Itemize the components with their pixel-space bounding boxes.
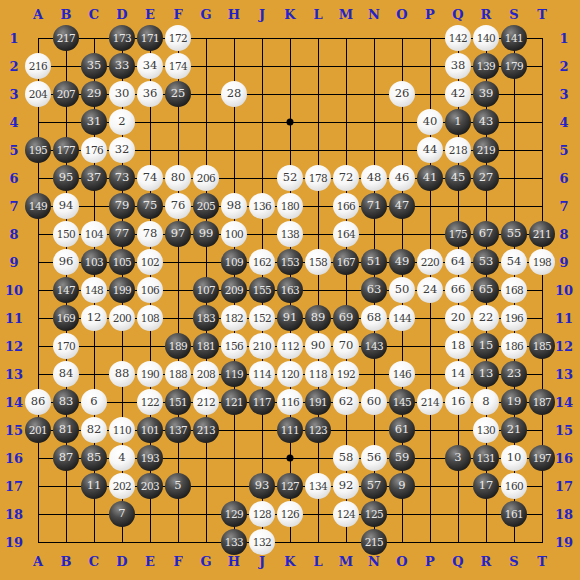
stone-L6: 178 — [305, 165, 331, 191]
stone-Q6: 45 — [445, 165, 471, 191]
stone-R6: 27 — [473, 165, 499, 191]
column-label-top: A — [33, 8, 43, 21]
row-label-right: 18 — [555, 508, 573, 521]
stone-R4: 43 — [473, 109, 499, 135]
column-label-top: O — [396, 8, 407, 21]
stone-H14: 121 — [221, 389, 247, 415]
row-label-right: 5 — [559, 144, 568, 157]
stone-H12: 156 — [221, 333, 247, 359]
stone-S17: 160 — [501, 473, 527, 499]
stone-S10: 168 — [501, 277, 527, 303]
stone-B8: 150 — [53, 221, 79, 247]
stone-J19: 132 — [249, 529, 275, 555]
row-label-right: 10 — [555, 284, 573, 297]
column-label-bottom: G — [200, 555, 211, 568]
stone-N16: 56 — [361, 445, 387, 471]
stone-E1: 171 — [137, 25, 163, 51]
stone-R10: 65 — [473, 277, 499, 303]
row-label-left: 13 — [5, 368, 23, 381]
stone-F15: 137 — [165, 417, 191, 443]
stone-J13: 114 — [249, 361, 275, 387]
stone-O14: 145 — [389, 389, 415, 415]
stone-O3: 26 — [389, 81, 415, 107]
row-label-right: 19 — [555, 536, 573, 549]
row-label-right: 15 — [555, 424, 573, 437]
stone-B6: 95 — [53, 165, 79, 191]
stone-Q12: 18 — [445, 333, 471, 359]
stone-B14: 83 — [53, 389, 79, 415]
column-label-top: T — [537, 8, 547, 21]
stone-B5: 177 — [53, 137, 79, 163]
column-label-bottom: J — [259, 555, 265, 568]
stone-N17: 57 — [361, 473, 387, 499]
row-label-left: 8 — [9, 228, 18, 241]
stone-H19: 133 — [221, 529, 247, 555]
column-label-bottom: D — [116, 555, 127, 568]
stone-E17: 203 — [137, 473, 163, 499]
row-label-left: 10 — [5, 284, 23, 297]
row-label-right: 4 — [559, 116, 568, 129]
stone-Q16: 3 — [445, 445, 471, 471]
stone-K13: 120 — [277, 361, 303, 387]
stone-D18: 7 — [109, 501, 135, 527]
stone-N14: 60 — [361, 389, 387, 415]
stone-G10: 107 — [193, 277, 219, 303]
stone-M12: 70 — [333, 333, 359, 359]
stone-N18: 125 — [361, 501, 387, 527]
stone-R5: 219 — [473, 137, 499, 163]
stone-N19: 215 — [361, 529, 387, 555]
stone-Q14: 16 — [445, 389, 471, 415]
stone-Q2: 38 — [445, 53, 471, 79]
stone-H8: 100 — [221, 221, 247, 247]
stone-P14: 214 — [417, 389, 443, 415]
stone-D1: 173 — [109, 25, 135, 51]
stone-R15: 130 — [473, 417, 499, 443]
stone-M7: 166 — [333, 193, 359, 219]
column-label-top: J — [259, 8, 265, 21]
stone-F17: 5 — [165, 473, 191, 499]
stone-S18: 161 — [501, 501, 527, 527]
column-label-top: Q — [452, 8, 463, 21]
stone-Q8: 175 — [445, 221, 471, 247]
column-label-bottom: O — [396, 555, 407, 568]
stone-J9: 162 — [249, 249, 275, 275]
stone-Q11: 20 — [445, 305, 471, 331]
stone-F8: 97 — [165, 221, 191, 247]
stone-H9: 109 — [221, 249, 247, 275]
stone-D9: 105 — [109, 249, 135, 275]
stone-C3: 29 — [81, 81, 107, 107]
stone-N11: 68 — [361, 305, 387, 331]
stone-O6: 46 — [389, 165, 415, 191]
stone-Q10: 66 — [445, 277, 471, 303]
row-label-left: 11 — [5, 312, 23, 325]
row-label-right: 16 — [555, 452, 573, 465]
stone-R3: 39 — [473, 81, 499, 107]
stone-S1: 141 — [501, 25, 527, 51]
stone-C14: 6 — [81, 389, 107, 415]
stone-L17: 134 — [305, 473, 331, 499]
stone-C6: 37 — [81, 165, 107, 191]
column-label-top: E — [145, 8, 155, 21]
stone-H3: 28 — [221, 81, 247, 107]
stone-S13: 23 — [501, 361, 527, 387]
column-label-bottom: S — [509, 555, 518, 568]
row-label-right: 13 — [555, 368, 573, 381]
stone-D13: 88 — [109, 361, 135, 387]
stone-M9: 167 — [333, 249, 359, 275]
star-point — [287, 455, 294, 462]
row-label-left: 15 — [5, 424, 23, 437]
stone-R13: 13 — [473, 361, 499, 387]
stone-L14: 191 — [305, 389, 331, 415]
column-label-bottom: B — [61, 555, 72, 568]
stone-E8: 78 — [137, 221, 163, 247]
stone-G11: 183 — [193, 305, 219, 331]
stone-G14: 212 — [193, 389, 219, 415]
stone-B13: 84 — [53, 361, 79, 387]
stone-L15: 123 — [305, 417, 331, 443]
stone-O15: 61 — [389, 417, 415, 443]
stone-F2: 174 — [165, 53, 191, 79]
stone-T9: 198 — [529, 249, 555, 275]
stone-G6: 206 — [193, 165, 219, 191]
column-label-top: G — [200, 8, 211, 21]
stone-D6: 73 — [109, 165, 135, 191]
column-label-bottom: F — [173, 555, 182, 568]
row-label-left: 9 — [9, 256, 18, 269]
stone-F6: 80 — [165, 165, 191, 191]
row-label-left: 5 — [9, 144, 18, 157]
column-label-bottom: R — [481, 555, 492, 568]
stone-J7: 136 — [249, 193, 275, 219]
column-label-bottom: K — [284, 555, 295, 568]
stone-C2: 35 — [81, 53, 107, 79]
column-label-bottom: A — [33, 555, 43, 568]
column-label-top: M — [339, 8, 353, 21]
stone-K15: 111 — [277, 417, 303, 443]
stone-B15: 81 — [53, 417, 79, 443]
stone-K9: 153 — [277, 249, 303, 275]
stone-S16: 10 — [501, 445, 527, 471]
column-label-top: F — [173, 8, 182, 21]
stone-M8: 164 — [333, 221, 359, 247]
stone-F7: 76 — [165, 193, 191, 219]
stone-D5: 32 — [109, 137, 135, 163]
column-label-bottom: Q — [452, 555, 463, 568]
stone-G7: 205 — [193, 193, 219, 219]
stone-M6: 72 — [333, 165, 359, 191]
column-label-top: H — [228, 8, 240, 21]
go-board: AABBCCDDEEFFGGHHJJKKLLMMNNOOPPQQRRSSTT11… — [0, 0, 580, 580]
stone-B10: 147 — [53, 277, 79, 303]
stone-K18: 126 — [277, 501, 303, 527]
row-label-left: 16 — [5, 452, 23, 465]
grid-line-vertical — [318, 38, 319, 543]
stone-E11: 108 — [137, 305, 163, 331]
stone-E16: 193 — [137, 445, 163, 471]
stone-S14: 19 — [501, 389, 527, 415]
stone-C17: 11 — [81, 473, 107, 499]
stone-A2: 216 — [25, 53, 51, 79]
row-label-right: 6 — [559, 172, 568, 185]
row-label-right: 8 — [559, 228, 568, 241]
stone-C16: 85 — [81, 445, 107, 471]
stone-F14: 151 — [165, 389, 191, 415]
stone-E15: 101 — [137, 417, 163, 443]
stone-R12: 15 — [473, 333, 499, 359]
row-label-right: 1 — [559, 32, 568, 45]
stone-K7: 180 — [277, 193, 303, 219]
stone-O13: 146 — [389, 361, 415, 387]
stone-T12: 185 — [529, 333, 555, 359]
stone-R17: 17 — [473, 473, 499, 499]
stone-B1: 217 — [53, 25, 79, 51]
stone-D11: 200 — [109, 305, 135, 331]
stone-B16: 87 — [53, 445, 79, 471]
stone-G13: 208 — [193, 361, 219, 387]
stone-F1: 172 — [165, 25, 191, 51]
stone-G8: 99 — [193, 221, 219, 247]
stone-B12: 170 — [53, 333, 79, 359]
stone-E14: 122 — [137, 389, 163, 415]
stone-A14: 86 — [25, 389, 51, 415]
stone-L13: 118 — [305, 361, 331, 387]
stone-A15: 201 — [25, 417, 51, 443]
row-label-left: 4 — [9, 116, 18, 129]
row-label-left: 1 — [9, 32, 18, 45]
stone-C11: 12 — [81, 305, 107, 331]
stone-E7: 75 — [137, 193, 163, 219]
row-label-right: 9 — [559, 256, 568, 269]
stone-D8: 77 — [109, 221, 135, 247]
column-label-bottom: T — [537, 555, 547, 568]
stone-Q3: 42 — [445, 81, 471, 107]
stone-F3: 25 — [165, 81, 191, 107]
stone-E13: 190 — [137, 361, 163, 387]
stone-N9: 51 — [361, 249, 387, 275]
row-label-right: 7 — [559, 200, 568, 213]
stone-P4: 40 — [417, 109, 443, 135]
stone-D7: 79 — [109, 193, 135, 219]
stone-H13: 119 — [221, 361, 247, 387]
stone-E6: 74 — [137, 165, 163, 191]
row-label-left: 3 — [9, 88, 18, 101]
row-label-left: 17 — [5, 480, 23, 493]
row-label-left: 7 — [9, 200, 18, 213]
stone-M13: 192 — [333, 361, 359, 387]
stone-C10: 148 — [81, 277, 107, 303]
stone-E2: 34 — [137, 53, 163, 79]
stone-O11: 144 — [389, 305, 415, 331]
stone-G15: 213 — [193, 417, 219, 443]
stone-N6: 48 — [361, 165, 387, 191]
stone-H11: 182 — [221, 305, 247, 331]
grid-line-horizontal — [38, 542, 543, 543]
stone-E9: 102 — [137, 249, 163, 275]
stone-N10: 63 — [361, 277, 387, 303]
stone-T14: 187 — [529, 389, 555, 415]
stone-M17: 92 — [333, 473, 359, 499]
stone-J12: 210 — [249, 333, 275, 359]
stone-D16: 4 — [109, 445, 135, 471]
stone-R9: 53 — [473, 249, 499, 275]
row-label-left: 18 — [5, 508, 23, 521]
row-label-left: 2 — [9, 60, 18, 73]
stone-N7: 71 — [361, 193, 387, 219]
stone-R1: 140 — [473, 25, 499, 51]
stone-P10: 24 — [417, 277, 443, 303]
stone-S12: 186 — [501, 333, 527, 359]
column-label-top: P — [425, 8, 435, 21]
stone-C15: 82 — [81, 417, 107, 443]
stone-E3: 36 — [137, 81, 163, 107]
stone-D15: 110 — [109, 417, 135, 443]
row-label-right: 14 — [555, 396, 573, 409]
stone-F12: 189 — [165, 333, 191, 359]
stone-B9: 96 — [53, 249, 79, 275]
stone-Q9: 64 — [445, 249, 471, 275]
stone-O9: 49 — [389, 249, 415, 275]
stone-K6: 52 — [277, 165, 303, 191]
stone-D4: 2 — [109, 109, 135, 135]
row-label-left: 19 — [5, 536, 23, 549]
column-label-bottom: L — [313, 555, 322, 568]
stone-R14: 8 — [473, 389, 499, 415]
stone-E10: 106 — [137, 277, 163, 303]
column-label-top: K — [284, 8, 295, 21]
stone-B7: 94 — [53, 193, 79, 219]
stone-O10: 50 — [389, 277, 415, 303]
column-label-top: L — [313, 8, 322, 21]
stone-Q13: 14 — [445, 361, 471, 387]
star-point — [287, 119, 294, 126]
stone-R16: 131 — [473, 445, 499, 471]
stone-L12: 90 — [305, 333, 331, 359]
stone-L9: 158 — [305, 249, 331, 275]
stone-T16: 197 — [529, 445, 555, 471]
stone-A7: 149 — [25, 193, 51, 219]
stone-M18: 124 — [333, 501, 359, 527]
stone-D3: 30 — [109, 81, 135, 107]
stone-D10: 199 — [109, 277, 135, 303]
stone-K8: 138 — [277, 221, 303, 247]
stone-J17: 93 — [249, 473, 275, 499]
stone-K17: 127 — [277, 473, 303, 499]
stone-D2: 33 — [109, 53, 135, 79]
stone-D17: 202 — [109, 473, 135, 499]
stone-C5: 176 — [81, 137, 107, 163]
column-label-bottom: P — [425, 555, 435, 568]
stone-L11: 89 — [305, 305, 331, 331]
row-label-left: 14 — [5, 396, 23, 409]
column-label-top: S — [509, 8, 518, 21]
stone-Q5: 218 — [445, 137, 471, 163]
stone-S11: 196 — [501, 305, 527, 331]
stone-H10: 209 — [221, 277, 247, 303]
column-label-bottom: H — [228, 555, 240, 568]
stone-C8: 104 — [81, 221, 107, 247]
row-label-right: 3 — [559, 88, 568, 101]
column-label-top: C — [89, 8, 99, 21]
stone-M14: 62 — [333, 389, 359, 415]
stone-S2: 179 — [501, 53, 527, 79]
stone-O17: 9 — [389, 473, 415, 499]
column-label-top: N — [368, 8, 380, 21]
stone-M16: 58 — [333, 445, 359, 471]
stone-K14: 116 — [277, 389, 303, 415]
row-label-left: 6 — [9, 172, 18, 185]
stone-S9: 54 — [501, 249, 527, 275]
stone-A5: 195 — [25, 137, 51, 163]
stone-H7: 98 — [221, 193, 247, 219]
row-label-right: 2 — [559, 60, 568, 73]
stone-Q4: 1 — [445, 109, 471, 135]
stone-K10: 163 — [277, 277, 303, 303]
row-label-right: 11 — [555, 312, 573, 325]
stone-J10: 155 — [249, 277, 275, 303]
stone-J18: 128 — [249, 501, 275, 527]
stone-A3: 204 — [25, 81, 51, 107]
stone-F13: 188 — [165, 361, 191, 387]
row-label-left: 12 — [5, 340, 23, 353]
stone-M11: 69 — [333, 305, 359, 331]
column-label-bottom: E — [145, 555, 155, 568]
stone-C9: 103 — [81, 249, 107, 275]
stone-T8: 211 — [529, 221, 555, 247]
stone-P9: 220 — [417, 249, 443, 275]
stone-P6: 41 — [417, 165, 443, 191]
stone-R8: 67 — [473, 221, 499, 247]
stone-K11: 91 — [277, 305, 303, 331]
stone-C4: 31 — [81, 109, 107, 135]
stone-Q1: 142 — [445, 25, 471, 51]
stone-R11: 22 — [473, 305, 499, 331]
stone-O7: 47 — [389, 193, 415, 219]
stone-N12: 143 — [361, 333, 387, 359]
column-label-top: B — [61, 8, 72, 21]
row-label-right: 12 — [555, 340, 573, 353]
stone-O16: 59 — [389, 445, 415, 471]
stone-K12: 112 — [277, 333, 303, 359]
stone-R2: 139 — [473, 53, 499, 79]
row-label-right: 17 — [555, 480, 573, 493]
column-label-top: D — [116, 8, 127, 21]
stone-B11: 169 — [53, 305, 79, 331]
stone-S15: 21 — [501, 417, 527, 443]
stone-G12: 181 — [193, 333, 219, 359]
stone-B3: 207 — [53, 81, 79, 107]
column-label-bottom: M — [339, 555, 353, 568]
column-label-bottom: N — [368, 555, 380, 568]
stone-J14: 117 — [249, 389, 275, 415]
stone-J11: 152 — [249, 305, 275, 331]
column-label-bottom: C — [89, 555, 99, 568]
column-label-top: R — [481, 8, 492, 21]
stone-S8: 55 — [501, 221, 527, 247]
stone-H18: 129 — [221, 501, 247, 527]
stone-P5: 44 — [417, 137, 443, 163]
